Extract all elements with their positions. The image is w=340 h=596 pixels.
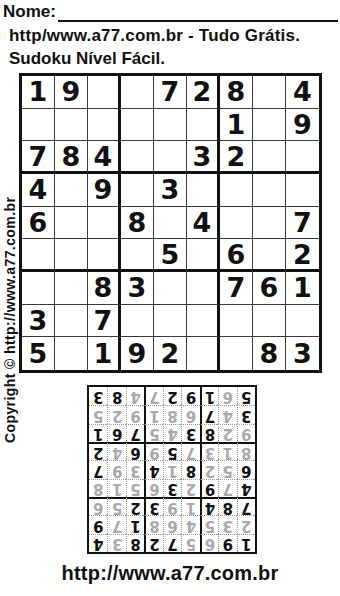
solution-cell-r2c5: 6: [163, 515, 181, 533]
solution-cell-r5c7: 3: [126, 460, 144, 478]
solution-cell-r1c5: 7: [163, 534, 181, 552]
solution-cell-r4c1: 4: [237, 479, 255, 497]
difficulty-title: Sudoku Nível Fácil.: [9, 48, 165, 70]
cell-r6c5[interactable]: 5: [154, 239, 187, 272]
cell-r9c2[interactable]: [55, 337, 88, 370]
solution-cell-r8c9: 5: [89, 405, 107, 423]
cell-r7c2[interactable]: [55, 272, 88, 305]
cell-r8c9[interactable]: [286, 305, 319, 338]
cell-r3c8[interactable]: [253, 141, 286, 174]
solution-cell-r1c9: 4: [89, 534, 107, 552]
cell-r6c9[interactable]: 2: [286, 239, 319, 272]
cell-r6c4[interactable]: [121, 239, 154, 272]
solution-cell-r6c3: 3: [200, 442, 218, 460]
cell-r9c4[interactable]: 9: [121, 337, 154, 370]
cell-r5c5[interactable]: [154, 207, 187, 240]
site-title: http/www.a77.com.br - Tudo Grátis.: [9, 25, 300, 47]
solution-cell-r5c1: 6: [237, 460, 255, 478]
cell-r5c3[interactable]: [88, 207, 121, 240]
cell-r1c3[interactable]: [88, 76, 121, 109]
solution-cell-r5c2: 5: [218, 460, 236, 478]
cell-r2c3[interactable]: [88, 109, 121, 142]
cell-r8c2[interactable]: [55, 305, 88, 338]
solution-cell-r9c2: 6: [218, 387, 236, 405]
solution-cell-r3c1: 7: [237, 497, 255, 515]
solution-cell-r9c8: 8: [107, 387, 125, 405]
solution-cell-r3c3: 4: [200, 497, 218, 515]
cell-r5c1[interactable]: 6: [22, 207, 55, 240]
solution-cell-r2c6: 8: [144, 515, 162, 533]
cell-r9c1[interactable]: 5: [22, 337, 55, 370]
cell-r5c2[interactable]: [55, 207, 88, 240]
solution-cell-r4c4: 2: [181, 479, 199, 497]
solution-cell-r3c2: 8: [218, 497, 236, 515]
cell-r9c7[interactable]: [220, 337, 253, 370]
solution-cell-r4c3: 9: [200, 479, 218, 497]
solution-grid: 1965728342354681797841932564792365186528…: [87, 385, 257, 554]
solution-cell-r5c9: 7: [89, 460, 107, 478]
solution-cell-r8c5: 8: [163, 405, 181, 423]
cell-r6c7[interactable]: 6: [220, 239, 253, 272]
solution-cell-r8c8: 2: [107, 405, 125, 423]
solution-cell-r5c5: 1: [163, 460, 181, 478]
solution-cell-r1c8: 3: [107, 534, 125, 552]
solution-cell-r3c4: 1: [181, 497, 199, 515]
solution-cell-r9c4: 9: [181, 387, 199, 405]
cell-r8c5[interactable]: [154, 305, 187, 338]
solution-cell-r5c8: 9: [107, 460, 125, 478]
solution-cell-r6c7: 6: [126, 442, 144, 460]
cell-r5c7[interactable]: [220, 207, 253, 240]
cell-r5c9[interactable]: 7: [286, 207, 319, 240]
cell-r3c4[interactable]: [121, 141, 154, 174]
cell-r1c8[interactable]: [253, 76, 286, 109]
solution-cell-r7c2: 2: [218, 424, 236, 442]
cell-r3c2[interactable]: 8: [55, 141, 88, 174]
cell-r3c6[interactable]: 3: [187, 141, 220, 174]
cell-r9c8[interactable]: 8: [253, 337, 286, 370]
cell-r4c7[interactable]: [220, 174, 253, 207]
cell-r6c8[interactable]: [253, 239, 286, 272]
cell-r6c2[interactable]: [55, 239, 88, 272]
cell-r3c3[interactable]: 4: [88, 141, 121, 174]
solution-cell-r4c9: 8: [89, 479, 107, 497]
solution-cell-r5c6: 4: [144, 460, 162, 478]
solution-cell-r9c6: 7: [144, 387, 162, 405]
solution-cell-r7c1: 9: [237, 424, 255, 442]
cell-r4c6[interactable]: [187, 174, 220, 207]
cell-r5c8[interactable]: [253, 207, 286, 240]
cell-r5c4[interactable]: 8: [121, 207, 154, 240]
solution-cell-r7c6: 5: [144, 424, 162, 442]
cell-r7c6[interactable]: [187, 272, 220, 305]
solution-cell-r4c6: 6: [144, 479, 162, 497]
cell-r8c7[interactable]: [220, 305, 253, 338]
cell-r7c3[interactable]: 8: [88, 272, 121, 305]
solution-cell-r6c9: 2: [89, 442, 107, 460]
cell-r2c9[interactable]: 9: [286, 109, 319, 142]
solution-cell-r8c3: 7: [200, 405, 218, 423]
solution-cell-r8c2: 4: [218, 405, 236, 423]
cell-r9c3[interactable]: 1: [88, 337, 121, 370]
cell-r1c9[interactable]: 4: [286, 76, 319, 109]
cell-r6c3[interactable]: [88, 239, 121, 272]
cell-r8c4[interactable]: [121, 305, 154, 338]
solution-cell-r8c4: 6: [181, 405, 199, 423]
cell-r2c5[interactable]: [154, 109, 187, 142]
cell-r2c6[interactable]: [187, 109, 220, 142]
solution-cell-r7c3: 8: [200, 424, 218, 442]
cell-r3c5[interactable]: [154, 141, 187, 174]
solution-cell-r7c9: 1: [89, 424, 107, 442]
cell-r8c8[interactable]: [253, 305, 286, 338]
footer-url: http://www.a77.com.br: [0, 562, 340, 585]
cell-r1c7[interactable]: 8: [220, 76, 253, 109]
cell-r3c1[interactable]: 7: [22, 141, 55, 174]
solution-cell-r3c9: 6: [89, 497, 107, 515]
cell-r3c9[interactable]: [286, 141, 319, 174]
solution-cell-r2c8: 7: [107, 515, 125, 533]
solution-cell-r2c7: 1: [126, 515, 144, 533]
solution-cell-r2c9: 9: [89, 515, 107, 533]
cell-r4c2[interactable]: [55, 174, 88, 207]
cell-r4c4[interactable]: [121, 174, 154, 207]
cell-r1c5[interactable]: 7: [154, 76, 187, 109]
cell-r4c1[interactable]: 4: [22, 174, 55, 207]
name-label: Nome:: [3, 2, 56, 21]
cell-r1c1[interactable]: 1: [22, 76, 55, 109]
cell-r2c7[interactable]: 1: [220, 109, 253, 142]
cell-r9c5[interactable]: 2: [154, 337, 187, 370]
solution-cell-r5c4: 8: [181, 460, 199, 478]
solution-cell-r6c8: 4: [107, 442, 125, 460]
cell-r8c3[interactable]: 7: [88, 305, 121, 338]
solution-cell-r7c7: 7: [126, 424, 144, 442]
solution-cell-r1c2: 9: [218, 534, 236, 552]
solution-cell-r8c7: 9: [126, 405, 144, 423]
solution-cell-r9c5: 2: [163, 387, 181, 405]
solution-cell-r4c5: 3: [163, 479, 181, 497]
solution-cell-r3c6: 3: [144, 497, 162, 515]
cell-r7c1[interactable]: [22, 272, 55, 305]
solution-cell-r3c7: 2: [126, 497, 144, 515]
solution-cell-r7c8: 6: [107, 424, 125, 442]
solution-cell-r9c9: 3: [89, 387, 107, 405]
solution-cell-r2c3: 5: [200, 515, 218, 533]
cell-r9c9[interactable]: 3: [286, 337, 319, 370]
solution-cell-r3c8: 5: [107, 497, 125, 515]
solution-cell-r1c3: 6: [200, 534, 218, 552]
cell-r6c1[interactable]: [22, 239, 55, 272]
cell-r2c1[interactable]: [22, 109, 55, 142]
cell-r4c8[interactable]: [253, 174, 286, 207]
solution-cell-r3c5: 9: [163, 497, 181, 515]
cell-r6c6[interactable]: [187, 239, 220, 272]
solution-cell-r1c1: 1: [237, 534, 255, 552]
solution-cell-r6c6: 9: [144, 442, 162, 460]
solution-cell-r7c5: 4: [163, 424, 181, 442]
cell-r7c4[interactable]: 3: [121, 272, 154, 305]
solution-cell-r8c1: 3: [237, 405, 255, 423]
solution-cell-r4c2: 7: [218, 479, 236, 497]
cell-r2c8[interactable]: [253, 109, 286, 142]
cell-r8c6[interactable]: [187, 305, 220, 338]
cell-r1c4[interactable]: [121, 76, 154, 109]
cell-r3c7[interactable]: 2: [220, 141, 253, 174]
solution-cell-r6c2: 1: [218, 442, 236, 460]
copyright-vertical-text: Copyright © http://www.a77.com.br: [2, 148, 18, 443]
cell-r7c5[interactable]: [154, 272, 187, 305]
solution-cell-r1c6: 2: [144, 534, 162, 552]
cell-r1c2[interactable]: 9: [55, 76, 88, 109]
solution-cell-r1c7: 8: [126, 534, 144, 552]
cell-r5c6[interactable]: 4: [187, 207, 220, 240]
solution-cell-r2c1: 2: [237, 515, 255, 533]
cell-r2c2[interactable]: [55, 109, 88, 142]
sudoku-grid: 197284197843249368475628376137519283: [19, 73, 322, 373]
solution-cell-r5c3: 2: [200, 460, 218, 478]
cell-r7c9[interactable]: 1: [286, 272, 319, 305]
cell-r7c8[interactable]: 6: [253, 272, 286, 305]
name-underline: [58, 20, 338, 22]
cell-r7c7[interactable]: 7: [220, 272, 253, 305]
solution-cell-r2c4: 4: [181, 515, 199, 533]
solution-cell-r4c8: 1: [107, 479, 125, 497]
solution-cell-r4c7: 5: [126, 479, 144, 497]
solution-cell-r9c3: 1: [200, 387, 218, 405]
solution-cell-r6c5: 5: [163, 442, 181, 460]
cell-r4c5[interactable]: 3: [154, 174, 187, 207]
solution-cell-r6c1: 8: [237, 442, 255, 460]
solution-cell-r9c7: 4: [126, 387, 144, 405]
solution-cell-r7c4: 3: [181, 424, 199, 442]
solution-cell-r1c4: 5: [181, 534, 199, 552]
solution-cell-r2c2: 3: [218, 515, 236, 533]
cell-r1c6[interactable]: 2: [187, 76, 220, 109]
solution-cell-r9c1: 5: [237, 387, 255, 405]
cell-r4c3[interactable]: 9: [88, 174, 121, 207]
solution-cell-r8c6: 1: [144, 405, 162, 423]
cell-r8c1[interactable]: 3: [22, 305, 55, 338]
cell-r9c6[interactable]: [187, 337, 220, 370]
cell-r4c9[interactable]: [286, 174, 319, 207]
sudoku-sheet: Nome: http/www.a77.com.br - Tudo Grátis.…: [0, 0, 340, 596]
solution-cell-r6c4: 7: [181, 442, 199, 460]
cell-r2c4[interactable]: [121, 109, 154, 142]
